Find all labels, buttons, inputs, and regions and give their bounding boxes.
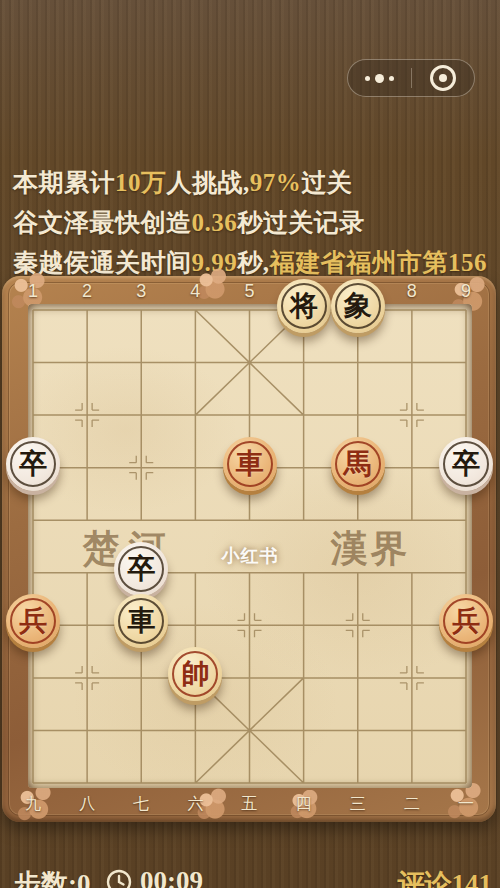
piece-character: 卒	[19, 450, 47, 478]
piece-character: 車	[236, 450, 264, 478]
miniprogram-capsule	[347, 59, 475, 97]
ellipsis-icon	[365, 76, 370, 81]
ellipsis-icon	[389, 76, 394, 81]
stat-text-segment: 本期累计	[13, 169, 115, 196]
piece-character: 帥	[181, 660, 209, 688]
stats-line-region: 秦越侯通关时间9.99秒,福建省福州市第156	[13, 246, 487, 280]
stat-text-segment: 谷文泽最快创造	[13, 209, 192, 236]
piece-character: 卒	[127, 555, 155, 583]
river-label: 漢	[331, 524, 368, 574]
file-number-bottom: 八	[79, 794, 95, 815]
file-number-bottom: 四	[296, 794, 312, 815]
file-number-bottom: 三	[350, 794, 366, 815]
piece-black-soldier[interactable]: 卒	[6, 437, 60, 491]
file-number-bottom: 五	[242, 794, 258, 815]
timer-value: 00:09	[140, 866, 203, 888]
moves-counter: 步数:0	[14, 866, 91, 888]
piece-character: 卒	[452, 450, 480, 478]
piece-black-soldier[interactable]: 卒	[114, 542, 168, 596]
stats-line-record: 谷文泽最快创造0.36秒过关记录	[13, 206, 365, 240]
file-number-top: 3	[136, 281, 146, 302]
exit-button[interactable]	[412, 60, 475, 96]
stat-text-segment: 0.36	[192, 209, 238, 236]
file-number-top: 5	[244, 281, 254, 302]
piece-red-soldier[interactable]: 兵	[439, 594, 493, 648]
stat-text-segment: 福建省福州市第156	[270, 249, 488, 276]
piece-character: 車	[127, 607, 155, 635]
file-number-bottom: 七	[133, 794, 149, 815]
stat-text-segment: 秒过关记录	[237, 209, 365, 236]
timer-icon	[106, 869, 132, 888]
file-number-bottom: 一	[458, 794, 474, 815]
river-label: 界	[371, 524, 408, 574]
file-number-top: 2	[82, 281, 92, 302]
file-number-bottom: 六	[187, 794, 203, 815]
app-screen: 本期累计10万人挑战,97%过关 谷文泽最快创造0.36秒过关记录 秦越侯通关时…	[0, 0, 500, 888]
stats-line-challenges: 本期累计10万人挑战,97%过关	[13, 166, 352, 200]
stat-text-segment: 人挑战,	[167, 169, 250, 196]
stat-text-segment: 秒,	[237, 249, 269, 276]
comments-count[interactable]: 评论141	[398, 866, 493, 888]
stat-text-segment: 9.99	[192, 249, 238, 276]
piece-black-soldier[interactable]: 卒	[439, 437, 493, 491]
file-number-top: 9	[461, 281, 471, 302]
stat-text-segment: 秦越侯通关时间	[13, 249, 192, 276]
record-circle-icon	[430, 65, 456, 91]
file-number-top: 8	[407, 281, 417, 302]
stat-text-segment: 97%	[250, 169, 302, 196]
piece-character: 将	[290, 292, 318, 320]
piece-red-chariot[interactable]: 車	[223, 437, 277, 491]
piece-character: 兵	[452, 607, 480, 635]
piece-character: 兵	[19, 607, 47, 635]
piece-character: 象	[344, 292, 372, 320]
file-number-bottom: 二	[404, 794, 420, 815]
piece-red-general[interactable]: 帥	[168, 647, 222, 701]
more-button[interactable]	[348, 60, 411, 96]
stat-text-segment: 过关	[301, 169, 352, 196]
piece-black-general[interactable]: 将	[277, 279, 331, 333]
piece-black-elephant[interactable]: 象	[331, 279, 385, 333]
piece-red-horse[interactable]: 馬	[331, 437, 385, 491]
watermark: 小红书	[222, 544, 279, 568]
piece-character: 馬	[344, 450, 372, 478]
file-number-top: 4	[190, 281, 200, 302]
file-number-bottom: 九	[25, 794, 41, 815]
ellipsis-icon	[375, 74, 384, 83]
piece-red-soldier[interactable]: 兵	[6, 594, 60, 648]
stat-text-segment: 10万	[115, 169, 167, 196]
file-number-top: 1	[28, 281, 38, 302]
